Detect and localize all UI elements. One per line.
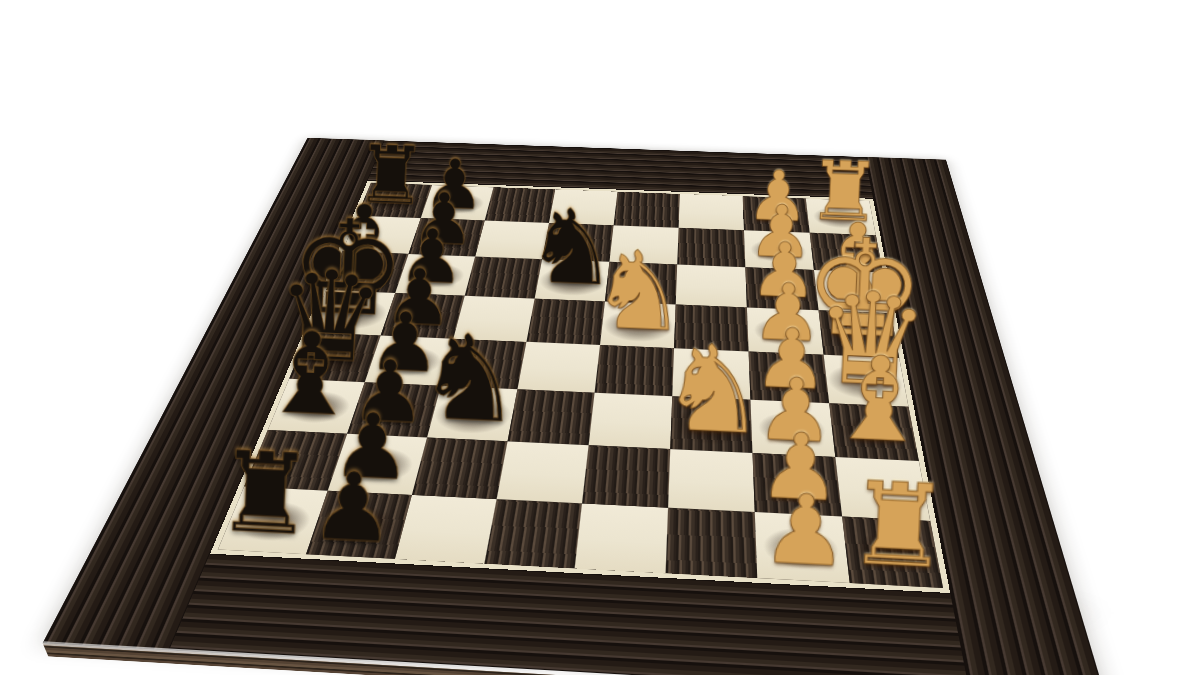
- black-rook-a8[interactable]: ♜: [214, 436, 317, 552]
- square-a4[interactable]: [575, 503, 668, 573]
- square-d5[interactable]: [517, 342, 600, 393]
- board-frame: ♜♟♟♜♟♟♝♟♞♟♝♚♟♞♟♚♛♟♟♛♝♟♞♞♟♝♟♟♜♟♟♜: [43, 138, 1108, 675]
- square-a3[interactable]: [666, 508, 758, 578]
- square-a2[interactable]: ♟: [755, 512, 850, 583]
- square-a5[interactable]: [484, 499, 582, 568]
- white-pawn-a2[interactable]: ♟: [760, 480, 851, 581]
- square-a7[interactable]: ♟: [306, 491, 412, 559]
- photo-stage: ♜♟♟♜♟♟♝♟♞♟♝♚♟♞♟♚♛♟♟♛♝♟♞♞♟♝♟♟♜♟♟♜: [0, 0, 1200, 675]
- square-b5[interactable]: [497, 441, 589, 503]
- black-knight-c6[interactable]: ♞: [415, 318, 525, 441]
- square-b4[interactable]: [582, 445, 670, 508]
- square-c3[interactable]: ♞: [670, 396, 752, 453]
- square-h4[interactable]: [614, 192, 680, 228]
- square-h3[interactable]: [679, 194, 744, 230]
- white-knight-c3[interactable]: ♞: [658, 328, 771, 452]
- square-c6[interactable]: ♞: [427, 386, 517, 442]
- square-a6[interactable]: [395, 495, 497, 564]
- white-rook-a1[interactable]: ♜: [844, 467, 953, 587]
- square-a1[interactable]: ♜: [842, 516, 943, 587]
- square-b6[interactable]: [412, 438, 508, 500]
- black-pawn-a7[interactable]: ♟: [309, 458, 397, 557]
- square-b3[interactable]: [668, 449, 755, 512]
- board-near-side-face: [43, 643, 1108, 675]
- board-playing-area: ♜♟♟♜♟♟♝♟♞♟♝♚♟♞♟♚♛♟♟♛♝♟♞♞♟♝♟♟♜♟♟♜: [210, 181, 950, 593]
- chessboard-grid: ♜♟♟♜♟♟♝♟♞♟♝♚♟♞♟♚♛♟♟♛♝♟♞♞♟♝♟♟♜♟♟♜: [218, 183, 943, 588]
